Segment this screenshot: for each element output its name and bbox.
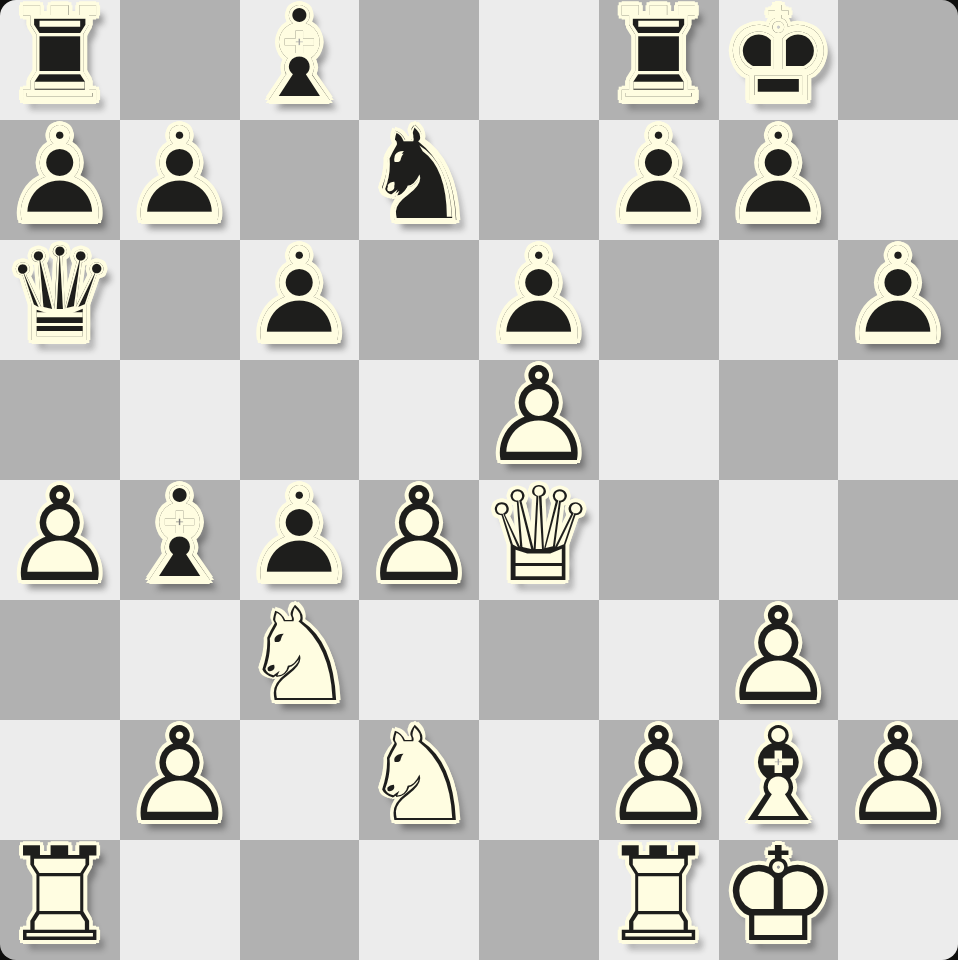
white-knight[interactable]: ♞♘: [240, 600, 360, 720]
black-pawn-glyph-outline: ♙: [241, 470, 358, 600]
square-g2[interactable]: ♝♗: [719, 720, 839, 840]
black-queen[interactable]: ♛♕: [0, 240, 120, 360]
black-pawn[interactable]: ♟♙: [240, 240, 360, 360]
black-queen-glyph-fill: ♛: [2, 230, 119, 360]
square-e1[interactable]: [479, 840, 599, 960]
white-pawn[interactable]: ♟♙: [599, 720, 719, 840]
square-b6[interactable]: [120, 240, 240, 360]
black-rook[interactable]: ♜♖: [599, 0, 719, 120]
black-bishop[interactable]: ♝♗: [120, 480, 240, 600]
white-bishop-glyph-outline: ♗: [720, 710, 837, 840]
white-knight-glyph-fill: ♞: [241, 590, 358, 720]
black-pawn[interactable]: ♟♙: [719, 120, 839, 240]
black-bishop[interactable]: ♝♗: [240, 0, 360, 120]
square-c6[interactable]: ♟♙: [240, 240, 360, 360]
black-pawn-glyph-outline: ♙: [840, 230, 957, 360]
black-pawn-glyph-outline: ♙: [241, 230, 358, 360]
white-pawn-glyph-outline: ♙: [481, 350, 598, 480]
square-g6[interactable]: [719, 240, 839, 360]
white-bishop-glyph-fill: ♝: [720, 710, 837, 840]
square-e5[interactable]: ♟♙: [479, 360, 599, 480]
black-pawn-glyph-fill: ♟: [840, 230, 957, 360]
black-bishop-glyph-outline: ♗: [121, 470, 238, 600]
square-e2[interactable]: [479, 720, 599, 840]
white-knight-glyph-outline: ♘: [241, 590, 358, 720]
white-bishop[interactable]: ♝♗: [719, 720, 839, 840]
square-g7[interactable]: ♟♙: [719, 120, 839, 240]
white-pawn-glyph-outline: ♙: [121, 710, 238, 840]
square-a5[interactable]: [0, 360, 120, 480]
white-king[interactable]: ♚♔: [719, 840, 839, 960]
square-b2[interactable]: ♟♙: [120, 720, 240, 840]
black-pawn-glyph-fill: ♟: [241, 230, 358, 360]
square-d8[interactable]: [359, 0, 479, 120]
black-pawn[interactable]: ♟♙: [479, 240, 599, 360]
black-knight-glyph-fill: ♞: [361, 110, 478, 240]
white-knight-glyph-outline: ♘: [361, 710, 478, 840]
white-rook[interactable]: ♜♖: [599, 840, 719, 960]
square-a1[interactable]: ♜♖: [0, 840, 120, 960]
square-c4[interactable]: ♟♙: [240, 480, 360, 600]
square-f6[interactable]: [599, 240, 719, 360]
black-pawn-glyph-fill: ♟: [600, 110, 717, 240]
square-h1[interactable]: [838, 840, 958, 960]
square-g8[interactable]: ♚♔: [719, 0, 839, 120]
black-rook-glyph-fill: ♜: [2, 0, 119, 120]
black-rook-glyph-outline: ♖: [2, 0, 119, 120]
square-g1[interactable]: ♚♔: [719, 840, 839, 960]
square-h2[interactable]: ♟♙: [838, 720, 958, 840]
white-pawn-glyph-outline: ♙: [840, 710, 957, 840]
black-pawn-glyph-fill: ♟: [720, 110, 837, 240]
black-bishop-glyph-fill: ♝: [121, 470, 238, 600]
square-f7[interactable]: ♟♙: [599, 120, 719, 240]
square-a4[interactable]: ♟♙: [0, 480, 120, 600]
white-pawn[interactable]: ♟♙: [120, 720, 240, 840]
square-b8[interactable]: [120, 0, 240, 120]
white-rook-glyph-outline: ♖: [2, 830, 119, 960]
black-king-glyph-outline: ♔: [720, 0, 837, 120]
square-g5[interactable]: [719, 360, 839, 480]
white-queen[interactable]: ♛♕: [479, 480, 599, 600]
square-d2[interactable]: ♞♘: [359, 720, 479, 840]
black-pawn[interactable]: ♟♙: [599, 120, 719, 240]
square-f8[interactable]: ♜♖: [599, 0, 719, 120]
square-b7[interactable]: ♟♙: [120, 120, 240, 240]
white-pawn-glyph-fill: ♟: [481, 350, 598, 480]
white-knight-glyph-fill: ♞: [361, 710, 478, 840]
white-pawn-glyph-outline: ♙: [361, 470, 478, 600]
black-bishop-glyph-fill: ♝: [241, 0, 358, 120]
white-rook-glyph-outline: ♖: [600, 830, 717, 960]
black-pawn[interactable]: ♟♙: [838, 240, 958, 360]
square-c1[interactable]: [240, 840, 360, 960]
square-f3[interactable]: [599, 600, 719, 720]
white-pawn[interactable]: ♟♙: [359, 480, 479, 600]
square-e3[interactable]: [479, 600, 599, 720]
square-h3[interactable]: [838, 600, 958, 720]
black-pawn-glyph-fill: ♟: [241, 470, 358, 600]
square-b3[interactable]: [120, 600, 240, 720]
square-c2[interactable]: [240, 720, 360, 840]
white-queen-glyph-fill: ♛: [481, 470, 598, 600]
white-rook[interactable]: ♜♖: [0, 840, 120, 960]
white-knight[interactable]: ♞♘: [359, 720, 479, 840]
white-pawn-glyph-fill: ♟: [600, 710, 717, 840]
black-pawn-glyph-fill: ♟: [481, 230, 598, 360]
white-queen-glyph-outline: ♕: [481, 470, 598, 600]
white-pawn-glyph-fill: ♟: [361, 470, 478, 600]
square-b1[interactable]: [120, 840, 240, 960]
square-a7[interactable]: ♟♙: [0, 120, 120, 240]
black-knight-glyph-outline: ♘: [361, 110, 478, 240]
square-h6[interactable]: ♟♙: [838, 240, 958, 360]
white-rook-glyph-fill: ♜: [600, 830, 717, 960]
square-f4[interactable]: [599, 480, 719, 600]
square-d7[interactable]: ♞♘: [359, 120, 479, 240]
white-king-glyph-outline: ♔: [720, 830, 837, 960]
square-h8[interactable]: [838, 0, 958, 120]
black-pawn-glyph-outline: ♙: [2, 110, 119, 240]
square-c8[interactable]: ♝♗: [240, 0, 360, 120]
white-pawn-glyph-fill: ♟: [2, 470, 119, 600]
black-bishop-glyph-outline: ♗: [241, 0, 358, 120]
square-h4[interactable]: [838, 480, 958, 600]
black-rook[interactable]: ♜♖: [0, 0, 120, 120]
white-pawn-glyph-fill: ♟: [720, 590, 837, 720]
black-pawn-glyph-fill: ♟: [2, 110, 119, 240]
square-e8[interactable]: [479, 0, 599, 120]
square-f5[interactable]: [599, 360, 719, 480]
square-c7[interactable]: [240, 120, 360, 240]
black-pawn[interactable]: ♟♙: [240, 480, 360, 600]
square-b5[interactable]: [120, 360, 240, 480]
square-e7[interactable]: [479, 120, 599, 240]
square-e4[interactable]: ♛♕: [479, 480, 599, 600]
square-a2[interactable]: [0, 720, 120, 840]
black-pawn[interactable]: ♟♙: [0, 120, 120, 240]
black-knight[interactable]: ♞♘: [359, 120, 479, 240]
white-king-glyph-fill: ♚: [720, 830, 837, 960]
white-pawn[interactable]: ♟♙: [719, 600, 839, 720]
square-f2[interactable]: ♟♙: [599, 720, 719, 840]
square-d3[interactable]: [359, 600, 479, 720]
white-pawn[interactable]: ♟♙: [0, 480, 120, 600]
black-pawn-glyph-outline: ♙: [720, 110, 837, 240]
white-pawn-glyph-outline: ♙: [600, 710, 717, 840]
square-a8[interactable]: ♜♖: [0, 0, 120, 120]
black-queen-glyph-outline: ♕: [2, 230, 119, 360]
black-rook-glyph-outline: ♖: [600, 0, 717, 120]
white-pawn[interactable]: ♟♙: [479, 360, 599, 480]
square-h7[interactable]: [838, 120, 958, 240]
black-king[interactable]: ♚♔: [719, 0, 839, 120]
black-king-glyph-fill: ♚: [720, 0, 837, 120]
white-pawn[interactable]: ♟♙: [838, 720, 958, 840]
square-c5[interactable]: [240, 360, 360, 480]
white-pawn-glyph-outline: ♙: [720, 590, 837, 720]
square-d5[interactable]: [359, 360, 479, 480]
black-pawn-glyph-outline: ♙: [481, 230, 598, 360]
square-f1[interactable]: ♜♖: [599, 840, 719, 960]
square-d1[interactable]: [359, 840, 479, 960]
white-pawn-glyph-fill: ♟: [840, 710, 957, 840]
square-d6[interactable]: [359, 240, 479, 360]
square-g4[interactable]: [719, 480, 839, 600]
black-rook-glyph-fill: ♜: [600, 0, 717, 120]
square-g3[interactable]: ♟♙: [719, 600, 839, 720]
white-pawn-glyph-outline: ♙: [2, 470, 119, 600]
square-b4[interactable]: ♝♗: [120, 480, 240, 600]
black-pawn-glyph-outline: ♙: [121, 110, 238, 240]
black-pawn[interactable]: ♟♙: [120, 120, 240, 240]
black-pawn-glyph-fill: ♟: [121, 110, 238, 240]
white-rook-glyph-fill: ♜: [2, 830, 119, 960]
square-a3[interactable]: [0, 600, 120, 720]
black-pawn-glyph-outline: ♙: [600, 110, 717, 240]
square-e6[interactable]: ♟♙: [479, 240, 599, 360]
square-c3[interactable]: ♞♘: [240, 600, 360, 720]
white-pawn-glyph-fill: ♟: [121, 710, 238, 840]
square-a6[interactable]: ♛♕: [0, 240, 120, 360]
square-h5[interactable]: [838, 360, 958, 480]
square-d4[interactable]: ♟♙: [359, 480, 479, 600]
chess-board: ♜♖♝♗♜♖♚♔♟♙♟♙♞♘♟♙♟♙♛♕♟♙♟♙♟♙♟♙♟♙♝♗♟♙♟♙♛♕♞♘…: [0, 0, 958, 960]
